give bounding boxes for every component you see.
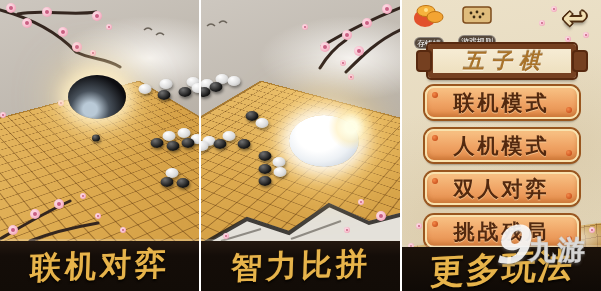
vs-ai-mode-button[interactable]: 人机模式 (425, 129, 579, 162)
black-stone (259, 164, 272, 174)
black-stone (214, 139, 227, 149)
caption-intelligence-contest: 智力比拼 (230, 243, 371, 290)
black-stone (92, 135, 100, 142)
black-stone (151, 138, 164, 148)
online-mode-button[interactable]: 联机模式 (425, 86, 579, 119)
white-stone (228, 76, 241, 86)
white-stone (163, 131, 176, 141)
back-button[interactable]: ↩ (555, 2, 595, 34)
black-stone (259, 176, 272, 186)
white-stone (160, 79, 173, 89)
endgame-challenge-label: 挑战残局 (454, 218, 550, 246)
game-title: 五子棋 (456, 47, 547, 75)
black-stone (182, 138, 195, 148)
back-arrow-icon: ↩ (562, 3, 587, 33)
caption-banner-middle: 智力比拼 (201, 241, 400, 291)
white-stone (273, 157, 286, 167)
black-stone (177, 178, 190, 188)
black-stone (201, 87, 211, 97)
caption-online-match: 联机对弈 (29, 243, 170, 290)
online-mode-label: 联机模式 (454, 89, 550, 117)
blossom-icon (539, 20, 545, 26)
blossom-icon (565, 36, 571, 42)
two-player-mode-button[interactable]: 双人对弈 (425, 172, 579, 205)
black-stone (238, 139, 251, 149)
black-stone (259, 151, 272, 161)
promo-screenshot: 联机对弈 智力比拼 (0, 0, 601, 291)
title-plaque: 五子棋 (428, 44, 576, 78)
go-board-icon (461, 4, 493, 26)
black-stone-large (68, 75, 126, 119)
caption-banner-left: 联机对弈 (0, 241, 199, 291)
vs-ai-mode-label: 人机模式 (454, 132, 550, 160)
white-stone (139, 84, 152, 94)
black-stone (167, 141, 180, 151)
two-player-mode-label: 双人对弈 (454, 175, 550, 203)
white-stone (192, 83, 200, 93)
menu-button-list: 联机模式 人机模式 双人对弈 挑战残局 (402, 86, 601, 258)
black-stone (210, 82, 223, 92)
white-stone (201, 141, 209, 151)
black-stone (158, 90, 171, 100)
black-stone (179, 87, 192, 97)
panel-online-match-scene: 联机对弈 (0, 0, 199, 291)
white-stone (178, 128, 191, 138)
panel-main-menu: 存钱罐 游戏规则 ↩ 五子棋 联机模式 人机模式 (402, 0, 601, 291)
piggy-bank-button[interactable]: 存钱罐 (406, 2, 452, 50)
light-flare-icon (328, 104, 374, 150)
black-stone (161, 177, 174, 187)
caption-more-gameplay: 更多玩法 (428, 242, 574, 291)
caption-banner-right: 更多玩法 (402, 247, 601, 291)
white-stone (274, 167, 287, 177)
white-stone (256, 118, 269, 128)
gold-ingots-icon (412, 2, 446, 28)
panel-intelligence-scene: 智力比拼 (201, 0, 400, 291)
game-rules-button[interactable]: 游戏规则 (454, 4, 500, 48)
